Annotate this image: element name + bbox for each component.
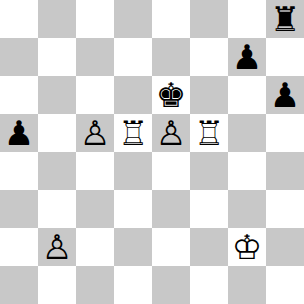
square-g5[interactable] xyxy=(228,114,266,152)
square-h7[interactable] xyxy=(266,38,304,76)
square-g2[interactable]: ♔ xyxy=(228,228,266,266)
square-c6[interactable] xyxy=(76,76,114,114)
square-g1[interactable] xyxy=(228,266,266,304)
square-b8[interactable] xyxy=(38,0,76,38)
square-f2[interactable] xyxy=(190,228,228,266)
square-b5[interactable] xyxy=(38,114,76,152)
square-a2[interactable] xyxy=(0,228,38,266)
square-c2[interactable] xyxy=(76,228,114,266)
square-f3[interactable] xyxy=(190,190,228,228)
square-e8[interactable] xyxy=(152,0,190,38)
piece-white-pawn[interactable]: ♙ xyxy=(42,228,72,266)
square-g3[interactable] xyxy=(228,190,266,228)
square-d1[interactable] xyxy=(114,266,152,304)
piece-white-rook[interactable]: ♖ xyxy=(118,114,148,152)
square-b1[interactable] xyxy=(38,266,76,304)
square-h3[interactable] xyxy=(266,190,304,228)
square-f8[interactable] xyxy=(190,0,228,38)
square-e3[interactable] xyxy=(152,190,190,228)
square-h6[interactable]: ♟ xyxy=(266,76,304,114)
square-h4[interactable] xyxy=(266,152,304,190)
piece-black-pawn[interactable]: ♟ xyxy=(4,114,34,152)
square-e2[interactable] xyxy=(152,228,190,266)
square-b4[interactable] xyxy=(38,152,76,190)
square-h2[interactable] xyxy=(266,228,304,266)
square-d2[interactable] xyxy=(114,228,152,266)
chess-board: ♜♟♚♟♟♙♖♙♖♙♔ xyxy=(0,0,304,304)
square-a5[interactable]: ♟ xyxy=(0,114,38,152)
square-e7[interactable] xyxy=(152,38,190,76)
square-g8[interactable] xyxy=(228,0,266,38)
square-f6[interactable] xyxy=(190,76,228,114)
square-d8[interactable] xyxy=(114,0,152,38)
square-d7[interactable] xyxy=(114,38,152,76)
square-d5[interactable]: ♖ xyxy=(114,114,152,152)
square-g6[interactable] xyxy=(228,76,266,114)
square-c4[interactable] xyxy=(76,152,114,190)
square-b3[interactable] xyxy=(38,190,76,228)
square-a4[interactable] xyxy=(0,152,38,190)
square-g7[interactable]: ♟ xyxy=(228,38,266,76)
square-b7[interactable] xyxy=(38,38,76,76)
square-e1[interactable] xyxy=(152,266,190,304)
square-f5[interactable]: ♖ xyxy=(190,114,228,152)
square-a3[interactable] xyxy=(0,190,38,228)
square-c8[interactable] xyxy=(76,0,114,38)
square-h5[interactable] xyxy=(266,114,304,152)
piece-white-pawn[interactable]: ♙ xyxy=(80,114,110,152)
square-c1[interactable] xyxy=(76,266,114,304)
square-h1[interactable] xyxy=(266,266,304,304)
square-a6[interactable] xyxy=(0,76,38,114)
chess-board-container: ♜♟♚♟♟♙♖♙♖♙♔ xyxy=(0,0,304,304)
square-g4[interactable] xyxy=(228,152,266,190)
piece-white-king[interactable]: ♔ xyxy=(232,228,262,266)
piece-white-rook[interactable]: ♖ xyxy=(194,114,224,152)
square-c7[interactable] xyxy=(76,38,114,76)
square-c3[interactable] xyxy=(76,190,114,228)
square-c5[interactable]: ♙ xyxy=(76,114,114,152)
square-b2[interactable]: ♙ xyxy=(38,228,76,266)
square-e6[interactable]: ♚ xyxy=(152,76,190,114)
square-d6[interactable] xyxy=(114,76,152,114)
piece-black-rook[interactable]: ♜ xyxy=(270,0,300,38)
square-e5[interactable]: ♙ xyxy=(152,114,190,152)
square-f7[interactable] xyxy=(190,38,228,76)
piece-black-pawn[interactable]: ♟ xyxy=(270,76,300,114)
square-d4[interactable] xyxy=(114,152,152,190)
square-a1[interactable] xyxy=(0,266,38,304)
square-h8[interactable]: ♜ xyxy=(266,0,304,38)
piece-white-pawn[interactable]: ♙ xyxy=(156,114,186,152)
square-d3[interactable] xyxy=(114,190,152,228)
piece-black-pawn[interactable]: ♟ xyxy=(232,38,262,76)
square-a7[interactable] xyxy=(0,38,38,76)
square-e4[interactable] xyxy=(152,152,190,190)
square-b6[interactable] xyxy=(38,76,76,114)
square-a8[interactable] xyxy=(0,0,38,38)
square-f1[interactable] xyxy=(190,266,228,304)
piece-black-king[interactable]: ♚ xyxy=(156,76,186,114)
square-f4[interactable] xyxy=(190,152,228,190)
